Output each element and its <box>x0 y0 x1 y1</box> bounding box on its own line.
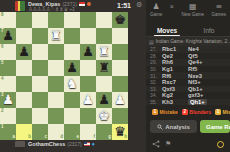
black-pawn-g3[interactable]: ♟ <box>98 92 110 108</box>
square-e7[interactable] <box>64 28 80 44</box>
rank-label-5: 5 <box>1 61 4 66</box>
file-label-d: d <box>60 135 63 140</box>
square-g3[interactable]: ♟ <box>96 92 112 108</box>
panel-footer: ⚑ <box>146 138 230 150</box>
move-white[interactable]: Kg2 <box>162 92 188 98</box>
square-h1[interactable]: h♛ <box>112 124 128 140</box>
us-flag-icon <box>84 142 90 146</box>
gear-icon[interactable]: ⚙ <box>136 2 142 9</box>
file-label-e: e <box>76 135 79 140</box>
close-icon[interactable]: × <box>170 3 174 11</box>
side-panel: ♟Game×▦New Game≡Games Moves Info ▤ India… <box>146 0 230 152</box>
move-white[interactable]: Kg1 <box>162 66 188 72</box>
square-e3[interactable] <box>64 92 80 108</box>
white-rook-g6[interactable]: ♜ <box>98 44 110 60</box>
move-row: 35.Kh3Qh1+ <box>146 99 230 106</box>
hint-icon[interactable] <box>217 141 224 148</box>
white-king-g2[interactable]: ♚ <box>98 108 110 124</box>
tab-moves[interactable]: Moves <box>146 24 188 36</box>
square-d6[interactable] <box>48 44 64 60</box>
square-b6[interactable]: ♟ <box>16 44 32 60</box>
square-c5[interactable] <box>32 60 48 76</box>
avatar[interactable] <box>15 1 25 11</box>
square-c6[interactable] <box>32 44 48 60</box>
white-pawn-h3[interactable]: ♟ <box>114 92 126 108</box>
black-pawn-e5[interactable]: ♟ <box>66 60 78 76</box>
square-h6[interactable] <box>112 44 128 60</box>
move-black[interactable]: Qh1+ <box>188 99 214 105</box>
rank-label-3: 3 <box>1 93 4 98</box>
rank-label-4: 4 <box>1 77 4 82</box>
move-number: 33. <box>150 86 162 92</box>
tab-icon: ♟ <box>153 3 160 11</box>
square-d1[interactable]: d <box>48 124 64 140</box>
rank-label-6: 6 <box>1 45 4 50</box>
square-d7[interactable]: ♜ <box>48 28 64 44</box>
square-b5[interactable] <box>16 60 32 76</box>
square-g5[interactable]: ♜ <box>96 60 112 76</box>
square-c7[interactable] <box>32 28 48 44</box>
move-black[interactable]: Qb1+ <box>188 86 214 92</box>
panel-tab-new-game[interactable]: ▦New Game <box>181 3 204 17</box>
game-review-summary: 1Mistake2Blunders1Missed Win <box>146 105 230 118</box>
move-white[interactable]: Rbc1 <box>162 46 188 52</box>
square-d2[interactable] <box>48 108 64 124</box>
diamond-membership-icon: ♦ <box>92 142 95 146</box>
square-e5[interactable]: ♟ <box>64 60 80 76</box>
flag-report-icon[interactable]: ⚑ <box>165 141 171 148</box>
square-f6[interactable]: ♟ <box>80 44 96 60</box>
magnifier-icon <box>157 124 163 130</box>
move-row: 32.Rxc7Nf3+ <box>146 79 230 86</box>
black-king-h8[interactable]: ♚ <box>114 12 126 28</box>
analysis-button[interactable]: Analysis <box>150 120 197 133</box>
square-b7[interactable] <box>16 28 32 44</box>
square-a3[interactable]: 3♟ <box>0 92 16 108</box>
square-b8[interactable] <box>16 12 32 28</box>
square-c2[interactable] <box>32 108 48 124</box>
panel-header-tabs: ♟Game×▦New Game≡Games <box>146 0 230 24</box>
move-list: 27.Rbc1Ne428.Qe2Qf529.Rh6Qe4+30.Kg1Rf531… <box>146 46 230 105</box>
square-f2[interactable] <box>80 108 96 124</box>
black-pawn-f6[interactable]: ♟ <box>82 44 94 60</box>
square-e6[interactable] <box>64 44 80 60</box>
analysis-label: Analysis <box>165 124 190 130</box>
move-black[interactable]: gxf3+ <box>188 92 214 98</box>
captured-pieces-tray: ♙♙♙♙♙♘♗♗♕ +3 <box>28 7 75 12</box>
rank-label-8: 8 <box>1 13 4 18</box>
square-g6[interactable]: ♜ <box>96 44 112 60</box>
file-label-b: b <box>28 135 31 140</box>
indonesia-flag-icon <box>79 2 85 6</box>
square-d3[interactable] <box>48 92 64 108</box>
move-number: 28. <box>150 53 162 59</box>
file-label-a: a <box>12 135 15 140</box>
file-label-g: g <box>108 135 111 140</box>
opening-row[interactable]: ▤ Indian Game: Knights Variation, 2...e6 <box>146 37 230 46</box>
move-number: 32. <box>150 79 162 85</box>
tab-icon: ▦ <box>189 3 197 11</box>
action-buttons: Analysis Game Review <box>146 118 230 135</box>
square-h4[interactable] <box>112 76 128 92</box>
square-a4[interactable]: 4 <box>0 76 16 92</box>
square-e1[interactable]: e <box>64 124 80 140</box>
move-black[interactable]: Qe4+ <box>188 59 214 65</box>
square-a5[interactable]: 5 <box>0 60 16 76</box>
move-white[interactable]: Qxf3 <box>162 86 188 92</box>
move-row: 27.Rbc1Ne4 <box>146 46 230 53</box>
file-label-h: h <box>124 135 127 140</box>
move-row: 29.Rh6Qe4+ <box>146 59 230 66</box>
square-c3[interactable] <box>32 92 48 108</box>
share-icon[interactable] <box>152 140 160 148</box>
move-number: 31. <box>150 73 162 79</box>
square-e4[interactable]: ♞ <box>64 76 80 92</box>
move-row: 30.Kg1Rf5 <box>146 66 230 73</box>
square-g7[interactable] <box>96 28 112 44</box>
move-white[interactable]: Rh6 <box>162 59 188 65</box>
white-knight-e4[interactable]: ♞ <box>66 76 78 92</box>
black-pawn-b6[interactable]: ♟ <box>18 44 30 60</box>
bottom-player-bar: GothamChess (2317) ♦ 5:07 <box>0 140 146 152</box>
move-black[interactable]: Nxe3 <box>188 73 214 79</box>
move-number: 30. <box>150 66 162 72</box>
panel-tab-game[interactable]: ♟Game <box>150 3 162 17</box>
square-g8[interactable] <box>96 12 112 28</box>
move-white[interactable]: Qe2 <box>162 53 188 59</box>
square-f7[interactable] <box>80 28 96 44</box>
square-a2[interactable]: 2 <box>0 108 16 124</box>
moves-info-tabs: Moves Info <box>146 24 230 37</box>
black-rook-g5[interactable]: ♜ <box>98 60 110 76</box>
square-f8[interactable] <box>80 12 96 28</box>
game-review-label: Game Review <box>206 124 230 130</box>
move-black[interactable]: Qf5 <box>188 53 214 59</box>
square-d5[interactable] <box>48 60 64 76</box>
chess-board: 8♚7♟♜6♟♟♜5♟♜4♞3♟♟♟♟2♚1abcdefgh♛ <box>0 12 128 140</box>
board-column: Dewa_Kipas (2371) ♙♙♙♙♙♘♗♗♕ +3 1:51 ⚙ 8♚… <box>0 0 146 152</box>
move-black[interactable]: Nf3+ <box>188 79 214 85</box>
player-rating: (2317) <box>67 141 81 147</box>
white-rook-d7[interactable]: ♜ <box>50 28 62 44</box>
square-b1[interactable]: b <box>16 124 32 140</box>
rank-label-2: 2 <box>1 109 4 114</box>
rank-label-7: 7 <box>1 29 4 34</box>
square-c1[interactable]: c <box>32 124 48 140</box>
square-f3[interactable]: ♟ <box>80 92 96 108</box>
square-h5[interactable] <box>112 60 128 76</box>
file-label-c: c <box>44 135 47 140</box>
tab-icon: ≡ <box>215 3 222 11</box>
square-g1[interactable]: g <box>96 124 112 140</box>
square-b4[interactable] <box>16 76 32 92</box>
move-white[interactable]: Rf6 <box>162 73 188 79</box>
move-white[interactable]: Kh3 <box>162 99 188 105</box>
square-h8[interactable]: ♚ <box>112 12 128 28</box>
move-number: 34. <box>150 92 162 98</box>
move-white[interactable]: Rxc7 <box>162 79 188 85</box>
review-item-blunders[interactable]: 2Blunders <box>182 109 211 115</box>
review-item-missed-win[interactable]: 1Missed Win <box>215 109 230 115</box>
move-black[interactable]: Ne4 <box>188 46 214 52</box>
material-advantage: +3 <box>69 7 74 12</box>
avatar[interactable] <box>15 141 25 151</box>
opening-book-icon: ▤ <box>149 39 154 45</box>
square-b2[interactable] <box>16 108 32 124</box>
square-e8[interactable] <box>64 12 80 28</box>
tab-info[interactable]: Info <box>188 24 230 36</box>
square-h3[interactable]: ♟ <box>112 92 128 108</box>
move-row: 34.Kg2gxf3+ <box>146 92 230 99</box>
player-name[interactable]: GothamChess <box>28 141 65 147</box>
game-review-button[interactable]: Game Review <box>200 120 230 133</box>
square-e2[interactable] <box>64 108 80 124</box>
move-number: 27. <box>150 46 162 52</box>
top-player-clock: 1:51 <box>117 2 131 9</box>
square-c4[interactable] <box>32 76 48 92</box>
square-f5[interactable] <box>80 60 96 76</box>
square-a7[interactable]: 7♟ <box>0 28 16 44</box>
square-d4[interactable] <box>48 76 64 92</box>
review-item-mistake[interactable]: 1Mistake <box>152 109 178 115</box>
square-c8[interactable] <box>32 12 48 28</box>
move-row: 31.Rf6Nxe3 <box>146 72 230 79</box>
top-player-bar: Dewa_Kipas (2371) ♙♙♙♙♙♘♗♗♕ +3 1:51 ⚙ <box>0 0 146 12</box>
move-number: 29. <box>150 59 162 65</box>
rank-label-1: 1 <box>1 125 4 130</box>
move-row: 33.Qxf3Qb1+ <box>146 86 230 93</box>
square-a8[interactable]: 8 <box>0 12 16 28</box>
panel-tab-games[interactable]: ≡Games <box>211 3 226 17</box>
square-f1[interactable]: f <box>80 124 96 140</box>
square-d8[interactable] <box>48 12 64 28</box>
square-g2[interactable]: ♚ <box>96 108 112 124</box>
move-black[interactable]: Rf5 <box>188 66 214 72</box>
opening-name: Indian Game: Knights Variation, 2...e6 <box>156 39 230 44</box>
square-b3[interactable] <box>16 92 32 108</box>
flair-icon <box>87 2 92 7</box>
square-a1[interactable]: 1a <box>0 124 16 140</box>
captured-pieces: ♙♙♙♙♙♘♗♗♕ <box>28 7 68 12</box>
bottom-player-nameline: GothamChess (2317) ♦ <box>28 141 95 147</box>
square-h2[interactable] <box>112 108 128 124</box>
chess-live-game-page: Dewa_Kipas (2371) ♙♙♙♙♙♘♗♗♕ +3 1:51 ⚙ 8♚… <box>0 0 230 152</box>
move-row: 28.Qe2Qf5 <box>146 53 230 60</box>
square-h7[interactable] <box>112 28 128 44</box>
file-label-f: f <box>94 135 96 140</box>
move-number: 35. <box>150 99 162 105</box>
square-g4[interactable] <box>96 76 112 92</box>
square-a6[interactable]: 6 <box>0 44 16 60</box>
square-f4[interactable] <box>80 76 96 92</box>
white-pawn-f3[interactable]: ♟ <box>82 92 94 108</box>
